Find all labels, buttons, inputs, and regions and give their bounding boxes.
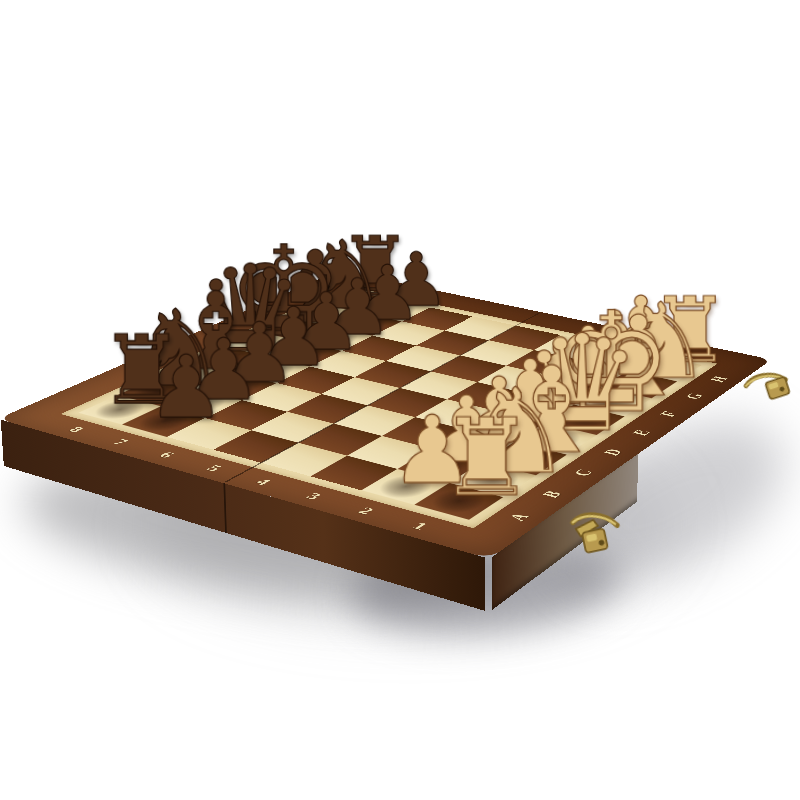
file-label-A: A (504, 511, 534, 523)
rank-label-8: 8 (64, 425, 88, 435)
rank-label-2: 2 (354, 505, 378, 517)
rank-label-3: 3 (302, 491, 326, 502)
rank-label-4: 4 (251, 477, 275, 488)
file-label-B: B (538, 489, 567, 500)
rank-label-6: 6 (155, 450, 179, 460)
chess-board: ♜♞♝♛♚♝♞♜♟♟♟♟♟♟♟♟♟♟♟♟♟♟♟♟♜♞♝♛♚♝♞♜ ABCDEFG… (0, 270, 772, 558)
rank-label-5: 5 (202, 463, 226, 473)
file-label-C: C (569, 468, 598, 479)
piece-white-rook-a1: ♜ (439, 412, 535, 506)
rank-label-7: 7 (109, 437, 133, 447)
piece-black-pawn-a7: ♟ (148, 349, 225, 425)
board-top-surface: ♜♞♝♛♚♝♞♜♟♟♟♟♟♟♟♟♟♟♟♟♟♟♟♟♜♞♝♛♚♝♞♜ ABCDEFG… (0, 270, 772, 558)
folding-seam-side (223, 483, 226, 533)
rank-label-1: 1 (408, 520, 432, 532)
scene: ♜♞♝♛♚♝♞♜♟♟♟♟♟♟♟♟♟♟♟♟♟♟♟♟♜♞♝♛♚♝♞♜ ABCDEFG… (0, 0, 800, 800)
product-photo: ♜♞♝♛♚♝♞♜♟♟♟♟♟♟♟♟♟♟♟♟♟♟♟♟♜♞♝♛♚♝♞♜ ABCDEFG… (0, 0, 800, 800)
